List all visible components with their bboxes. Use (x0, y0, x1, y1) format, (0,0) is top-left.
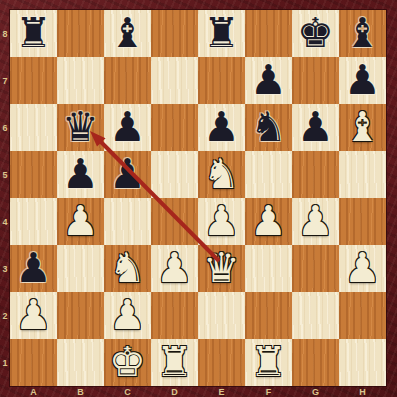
square-b2[interactable] (57, 292, 104, 339)
piece-black-pawn-b5[interactable]: ♟ (57, 151, 104, 198)
file-label-g: G (292, 386, 339, 397)
square-b6[interactable]: ♛ (57, 104, 104, 151)
piece-white-pawn-d3[interactable]: ♟ (151, 245, 198, 292)
square-a6[interactable] (10, 104, 57, 151)
piece-white-bishop-h6[interactable]: ♝ (339, 104, 386, 151)
rank-label-2: 2 (0, 292, 10, 339)
square-h4[interactable] (339, 198, 386, 245)
square-f1[interactable]: ♜ (245, 339, 292, 386)
square-f2[interactable] (245, 292, 292, 339)
square-d2[interactable] (151, 292, 198, 339)
piece-white-knight-c3[interactable]: ♞ (104, 245, 151, 292)
square-c3[interactable]: ♞ (104, 245, 151, 292)
piece-black-pawn-h7[interactable]: ♟ (339, 57, 386, 104)
square-a7[interactable] (10, 57, 57, 104)
piece-white-rook-f1[interactable]: ♜ (245, 339, 292, 386)
square-g3[interactable] (292, 245, 339, 292)
square-c7[interactable] (104, 57, 151, 104)
piece-white-pawn-f4[interactable]: ♟ (245, 198, 292, 245)
square-b5[interactable]: ♟ (57, 151, 104, 198)
square-e2[interactable] (198, 292, 245, 339)
square-g2[interactable] (292, 292, 339, 339)
square-d5[interactable] (151, 151, 198, 198)
chess-board: ♜♝♜♚♝♟♟♛♟♟♞♟♝♟♟♞♟♟♟♟♟♞♟♛♟♟♟♚♜♜ (10, 10, 386, 386)
square-b7[interactable] (57, 57, 104, 104)
piece-white-knight-e5[interactable]: ♞ (198, 151, 245, 198)
square-g7[interactable] (292, 57, 339, 104)
rank-label-5: 5 (0, 151, 10, 198)
square-c2[interactable]: ♟ (104, 292, 151, 339)
file-label-c: C (104, 386, 151, 397)
square-a1[interactable] (10, 339, 57, 386)
square-g6[interactable]: ♟ (292, 104, 339, 151)
square-h1[interactable] (339, 339, 386, 386)
rank-label-7: 7 (0, 57, 10, 104)
piece-black-bishop-h8[interactable]: ♝ (339, 10, 386, 57)
square-f8[interactable] (245, 10, 292, 57)
piece-white-pawn-a2[interactable]: ♟ (10, 292, 57, 339)
piece-black-rook-a8[interactable]: ♜ (10, 10, 57, 57)
square-c1[interactable]: ♚ (104, 339, 151, 386)
square-d7[interactable] (151, 57, 198, 104)
rank-label-3: 3 (0, 245, 10, 292)
square-f5[interactable] (245, 151, 292, 198)
square-d1[interactable]: ♜ (151, 339, 198, 386)
square-h7[interactable]: ♟ (339, 57, 386, 104)
square-a4[interactable] (10, 198, 57, 245)
square-a5[interactable] (10, 151, 57, 198)
square-e5[interactable]: ♞ (198, 151, 245, 198)
square-h8[interactable]: ♝ (339, 10, 386, 57)
chess-board-frame: ♜♝♜♚♝♟♟♛♟♟♞♟♝♟♟♞♟♟♟♟♟♞♟♛♟♟♟♚♜♜ 87654321 … (0, 0, 397, 397)
piece-black-pawn-f7[interactable]: ♟ (245, 57, 292, 104)
file-label-a: A (10, 386, 57, 397)
piece-black-pawn-g6[interactable]: ♟ (292, 104, 339, 151)
square-f7[interactable]: ♟ (245, 57, 292, 104)
piece-white-queen-e3[interactable]: ♛ (198, 245, 245, 292)
square-h3[interactable]: ♟ (339, 245, 386, 292)
square-f4[interactable]: ♟ (245, 198, 292, 245)
square-e4[interactable]: ♟ (198, 198, 245, 245)
square-d4[interactable] (151, 198, 198, 245)
square-d3[interactable]: ♟ (151, 245, 198, 292)
square-h2[interactable] (339, 292, 386, 339)
piece-black-queen-b6[interactable]: ♛ (57, 104, 104, 151)
file-label-h: H (339, 386, 386, 397)
piece-black-pawn-e6[interactable]: ♟ (198, 104, 245, 151)
rank-label-1: 1 (0, 339, 10, 386)
square-g1[interactable] (292, 339, 339, 386)
rank-label-4: 4 (0, 198, 10, 245)
square-e6[interactable]: ♟ (198, 104, 245, 151)
square-e3[interactable]: ♛ (198, 245, 245, 292)
square-f6[interactable]: ♞ (245, 104, 292, 151)
square-h5[interactable] (339, 151, 386, 198)
piece-black-rook-e8[interactable]: ♜ (198, 10, 245, 57)
square-c4[interactable] (104, 198, 151, 245)
square-g5[interactable] (292, 151, 339, 198)
square-b8[interactable] (57, 10, 104, 57)
piece-white-king-c1[interactable]: ♚ (104, 339, 151, 386)
square-d8[interactable] (151, 10, 198, 57)
piece-white-rook-d1[interactable]: ♜ (151, 339, 198, 386)
square-d6[interactable] (151, 104, 198, 151)
square-g8[interactable]: ♚ (292, 10, 339, 57)
square-b4[interactable]: ♟ (57, 198, 104, 245)
square-e7[interactable] (198, 57, 245, 104)
square-a2[interactable]: ♟ (10, 292, 57, 339)
square-b1[interactable] (57, 339, 104, 386)
square-c5[interactable]: ♟ (104, 151, 151, 198)
piece-white-pawn-e4[interactable]: ♟ (198, 198, 245, 245)
square-a3[interactable]: ♟ (10, 245, 57, 292)
piece-black-pawn-c6[interactable]: ♟ (104, 104, 151, 151)
square-c6[interactable]: ♟ (104, 104, 151, 151)
piece-white-pawn-c2[interactable]: ♟ (104, 292, 151, 339)
file-label-f: F (245, 386, 292, 397)
piece-white-pawn-b4[interactable]: ♟ (57, 198, 104, 245)
square-b3[interactable] (57, 245, 104, 292)
square-e1[interactable] (198, 339, 245, 386)
file-label-b: B (57, 386, 104, 397)
piece-black-king-g8[interactable]: ♚ (292, 10, 339, 57)
piece-black-knight-f6[interactable]: ♞ (245, 104, 292, 151)
square-e8[interactable]: ♜ (198, 10, 245, 57)
piece-black-pawn-c5[interactable]: ♟ (104, 151, 151, 198)
piece-black-bishop-c8[interactable]: ♝ (104, 10, 151, 57)
square-h6[interactable]: ♝ (339, 104, 386, 151)
square-c8[interactable]: ♝ (104, 10, 151, 57)
piece-white-pawn-h3[interactable]: ♟ (339, 245, 386, 292)
square-g4[interactable]: ♟ (292, 198, 339, 245)
rank-label-6: 6 (0, 104, 10, 151)
rank-label-8: 8 (0, 10, 10, 57)
file-label-d: D (151, 386, 198, 397)
piece-black-pawn-a3[interactable]: ♟ (10, 245, 57, 292)
piece-white-pawn-g4[interactable]: ♟ (292, 198, 339, 245)
square-f3[interactable] (245, 245, 292, 292)
square-a8[interactable]: ♜ (10, 10, 57, 57)
file-label-e: E (198, 386, 245, 397)
